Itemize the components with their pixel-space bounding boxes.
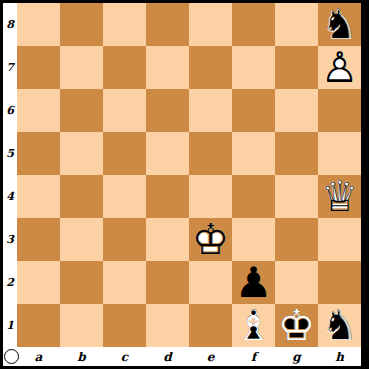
rank-label-8: 8: [3, 3, 17, 46]
square-b5[interactable]: [60, 132, 103, 175]
white-to-move-indicator: [4, 349, 19, 364]
square-g2[interactable]: [275, 261, 318, 304]
black-knight-outline: ♘: [321, 4, 359, 46]
square-c8[interactable]: [103, 3, 146, 46]
white-king[interactable]: ♚♔: [189, 218, 232, 261]
file-label-c: c: [103, 347, 146, 366]
square-e5[interactable]: [189, 132, 232, 175]
square-d6[interactable]: [146, 89, 189, 132]
rank-label-6: 6: [3, 89, 17, 132]
square-e7[interactable]: [189, 46, 232, 89]
square-c6[interactable]: [103, 89, 146, 132]
file-labels: abcdefgh: [17, 347, 361, 366]
file-label-b: b: [60, 347, 103, 366]
square-h8[interactable]: ♞♘: [318, 3, 361, 46]
square-b2[interactable]: [60, 261, 103, 304]
square-h4[interactable]: ♛♕: [318, 175, 361, 218]
square-f1[interactable]: ♝♗: [232, 304, 275, 347]
square-g7[interactable]: [275, 46, 318, 89]
square-b8[interactable]: [60, 3, 103, 46]
square-d3[interactable]: [146, 218, 189, 261]
square-e1[interactable]: [189, 304, 232, 347]
white-king-outline: ♔: [192, 219, 230, 261]
square-c3[interactable]: [103, 218, 146, 261]
rank-label-1: 1: [3, 304, 17, 347]
square-c4[interactable]: [103, 175, 146, 218]
square-f2[interactable]: ♟: [232, 261, 275, 304]
chess-diagram: 87654321 ♞♘♟♙♛♕♚♔♟♝♗♚♔♞♘ abcdefgh: [0, 0, 369, 369]
square-f8[interactable]: [232, 3, 275, 46]
square-d5[interactable]: [146, 132, 189, 175]
file-label-a: a: [17, 347, 60, 366]
square-d7[interactable]: [146, 46, 189, 89]
file-label-e: e: [189, 347, 232, 366]
square-h3[interactable]: [318, 218, 361, 261]
square-c1[interactable]: [103, 304, 146, 347]
square-a3[interactable]: [17, 218, 60, 261]
rank-label-4: 4: [3, 175, 17, 218]
black-knight[interactable]: ♞♘: [318, 304, 361, 347]
rank-labels: 87654321: [3, 3, 17, 347]
square-d2[interactable]: [146, 261, 189, 304]
rank-label-3: 3: [3, 218, 17, 261]
square-g8[interactable]: [275, 3, 318, 46]
square-g3[interactable]: [275, 218, 318, 261]
file-label-f: f: [232, 347, 275, 366]
black-knight[interactable]: ♞♘: [318, 3, 361, 46]
square-e6[interactable]: [189, 89, 232, 132]
white-pawn[interactable]: ♟♙: [318, 46, 361, 89]
diagram-inner: 87654321 ♞♘♟♙♛♕♚♔♟♝♗♚♔♞♘ abcdefgh: [3, 3, 361, 366]
black-bishop[interactable]: ♝♗: [232, 304, 275, 347]
white-queen-outline: ♕: [321, 176, 359, 218]
square-h5[interactable]: [318, 132, 361, 175]
white-pawn-outline: ♙: [321, 47, 359, 89]
square-h7[interactable]: ♟♙: [318, 46, 361, 89]
square-e8[interactable]: [189, 3, 232, 46]
square-d8[interactable]: [146, 3, 189, 46]
square-a1[interactable]: [17, 304, 60, 347]
black-knight-outline: ♘: [321, 305, 359, 347]
square-f3[interactable]: [232, 218, 275, 261]
square-e4[interactable]: [189, 175, 232, 218]
square-b4[interactable]: [60, 175, 103, 218]
square-b3[interactable]: [60, 218, 103, 261]
square-f4[interactable]: [232, 175, 275, 218]
square-h1[interactable]: ♞♘: [318, 304, 361, 347]
square-c7[interactable]: [103, 46, 146, 89]
black-pawn[interactable]: ♟: [232, 261, 275, 304]
black-bishop-outline: ♗: [235, 305, 273, 347]
white-queen[interactable]: ♛♕: [318, 175, 361, 218]
square-a8[interactable]: [17, 3, 60, 46]
square-a7[interactable]: [17, 46, 60, 89]
square-g6[interactable]: [275, 89, 318, 132]
square-h6[interactable]: [318, 89, 361, 132]
square-b6[interactable]: [60, 89, 103, 132]
rank-label-5: 5: [3, 132, 17, 175]
square-d4[interactable]: [146, 175, 189, 218]
file-label-h: h: [318, 347, 361, 366]
file-label-d: d: [146, 347, 189, 366]
rank-label-7: 7: [3, 46, 17, 89]
square-e2[interactable]: [189, 261, 232, 304]
square-a2[interactable]: [17, 261, 60, 304]
square-c5[interactable]: [103, 132, 146, 175]
square-e3[interactable]: ♚♔: [189, 218, 232, 261]
square-c2[interactable]: [103, 261, 146, 304]
file-label-g: g: [275, 347, 318, 366]
square-f5[interactable]: [232, 132, 275, 175]
square-b7[interactable]: [60, 46, 103, 89]
black-king[interactable]: ♚♔: [275, 304, 318, 347]
black-pawn-glyph: ♟: [235, 262, 273, 304]
square-a5[interactable]: [17, 132, 60, 175]
square-b1[interactable]: [60, 304, 103, 347]
square-g1[interactable]: ♚♔: [275, 304, 318, 347]
rank-label-2: 2: [3, 261, 17, 304]
square-g5[interactable]: [275, 132, 318, 175]
square-f6[interactable]: [232, 89, 275, 132]
black-king-outline: ♔: [278, 305, 316, 347]
square-f7[interactable]: [232, 46, 275, 89]
square-g4[interactable]: [275, 175, 318, 218]
chess-board: ♞♘♟♙♛♕♚♔♟♝♗♚♔♞♘: [17, 3, 361, 347]
square-a6[interactable]: [17, 89, 60, 132]
square-h2[interactable]: [318, 261, 361, 304]
square-d1[interactable]: [146, 304, 189, 347]
square-a4[interactable]: [17, 175, 60, 218]
